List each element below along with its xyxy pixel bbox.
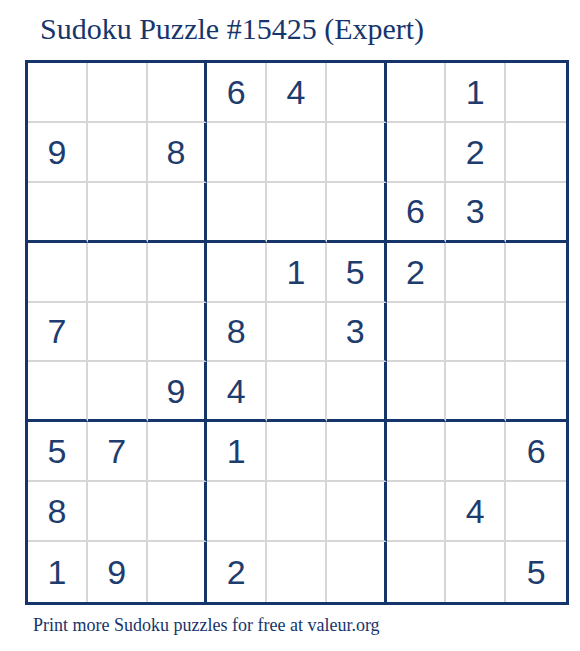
cell-r7c2[interactable]: 7 [88,422,148,482]
cell-r8c5[interactable] [267,482,327,542]
cell-r2c9[interactable] [506,123,566,183]
cell-r1c7[interactable] [387,63,447,123]
cell-r6c9[interactable] [506,362,566,422]
cell-r9c1[interactable]: 1 [28,542,88,602]
cell-r3c2[interactable] [88,183,148,243]
cell-r3c1[interactable] [28,183,88,243]
cell-r4c9[interactable] [506,243,566,303]
cell-r5c2[interactable] [88,303,148,363]
cell-r7c9[interactable]: 6 [506,422,566,482]
cell-r7c8[interactable] [446,422,506,482]
cell-r1c9[interactable] [506,63,566,123]
cell-r8c4[interactable] [207,482,267,542]
cell-r6c7[interactable] [387,362,447,422]
cell-r5c5[interactable] [267,303,327,363]
cell-r8c6[interactable] [327,482,387,542]
cell-r8c7[interactable] [387,482,447,542]
cell-r7c3[interactable] [148,422,208,482]
cell-r2c7[interactable] [387,123,447,183]
cell-r9c9[interactable]: 5 [506,542,566,602]
cell-r4c3[interactable] [148,243,208,303]
cell-r9c2[interactable]: 9 [88,542,148,602]
cell-r6c1[interactable] [28,362,88,422]
footer-text: Print more Sudoku puzzles for free at va… [33,615,380,636]
cell-r3c6[interactable] [327,183,387,243]
cell-r9c4[interactable]: 2 [207,542,267,602]
cell-r2c6[interactable] [327,123,387,183]
cell-r6c2[interactable] [88,362,148,422]
cell-r6c4[interactable]: 4 [207,362,267,422]
cell-r6c8[interactable] [446,362,506,422]
cell-r5c9[interactable] [506,303,566,363]
cell-r1c1[interactable] [28,63,88,123]
cell-r9c3[interactable] [148,542,208,602]
cell-r1c5[interactable]: 4 [267,63,327,123]
cell-r5c6[interactable]: 3 [327,303,387,363]
sudoku-grid: 64198263152783945716841925 [25,60,569,605]
cell-r1c4[interactable]: 6 [207,63,267,123]
cell-r1c8[interactable]: 1 [446,63,506,123]
cell-r9c6[interactable] [327,542,387,602]
cell-r3c5[interactable] [267,183,327,243]
cell-r5c8[interactable] [446,303,506,363]
cell-r3c9[interactable] [506,183,566,243]
cell-r2c8[interactable]: 2 [446,123,506,183]
cell-r4c8[interactable] [446,243,506,303]
cell-r4c2[interactable] [88,243,148,303]
cell-r5c1[interactable]: 7 [28,303,88,363]
cell-r2c4[interactable] [207,123,267,183]
cell-r3c4[interactable] [207,183,267,243]
cell-r2c3[interactable]: 8 [148,123,208,183]
cell-r1c3[interactable] [148,63,208,123]
cell-r8c9[interactable] [506,482,566,542]
cell-r8c1[interactable]: 8 [28,482,88,542]
cell-r1c6[interactable] [327,63,387,123]
cell-r9c8[interactable] [446,542,506,602]
cell-r6c5[interactable] [267,362,327,422]
cell-r7c5[interactable] [267,422,327,482]
cell-r7c1[interactable]: 5 [28,422,88,482]
cell-r4c6[interactable]: 5 [327,243,387,303]
cell-r8c8[interactable]: 4 [446,482,506,542]
cell-r2c2[interactable] [88,123,148,183]
cell-r6c6[interactable] [327,362,387,422]
cell-r3c8[interactable]: 3 [446,183,506,243]
page-title: Sudoku Puzzle #15425 (Expert) [40,12,424,46]
cell-r8c2[interactable] [88,482,148,542]
cell-r4c7[interactable]: 2 [387,243,447,303]
cell-r7c7[interactable] [387,422,447,482]
cell-r5c3[interactable] [148,303,208,363]
cell-r9c5[interactable] [267,542,327,602]
cell-r3c3[interactable] [148,183,208,243]
cell-r1c2[interactable] [88,63,148,123]
cell-r3c7[interactable]: 6 [387,183,447,243]
cell-r5c4[interactable]: 8 [207,303,267,363]
cell-r9c7[interactable] [387,542,447,602]
cell-r2c1[interactable]: 9 [28,123,88,183]
cell-r4c4[interactable] [207,243,267,303]
cell-r4c1[interactable] [28,243,88,303]
cell-r7c6[interactable] [327,422,387,482]
cell-r4c5[interactable]: 1 [267,243,327,303]
cell-r7c4[interactable]: 1 [207,422,267,482]
cell-r8c3[interactable] [148,482,208,542]
cell-r2c5[interactable] [267,123,327,183]
cell-r5c7[interactable] [387,303,447,363]
cell-r6c3[interactable]: 9 [148,362,208,422]
